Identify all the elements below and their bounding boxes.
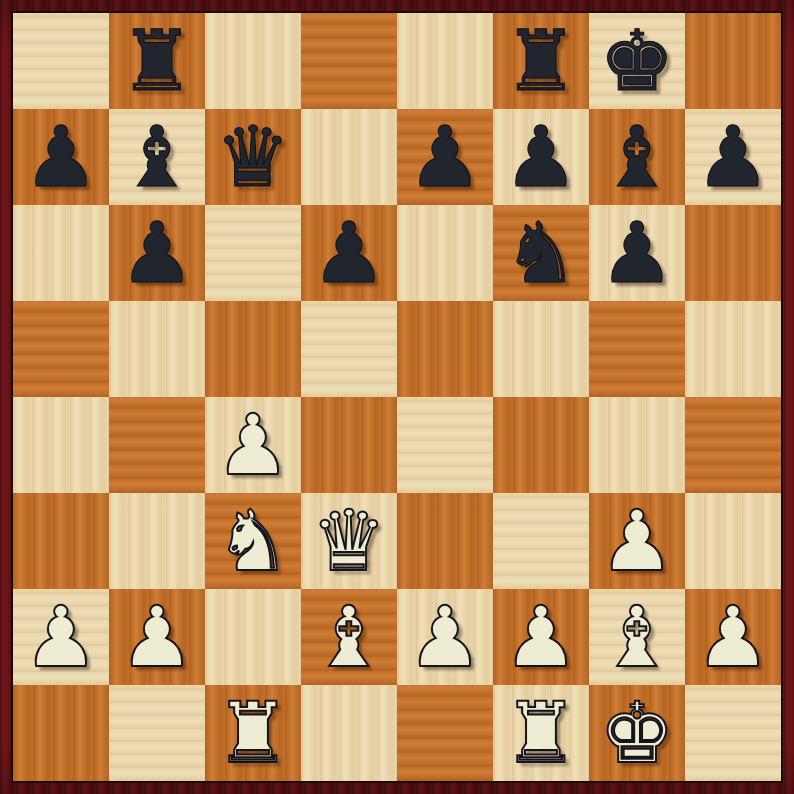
- square-d3[interactable]: ♛: [301, 493, 397, 589]
- piece-black-pawn[interactable]: ♟: [493, 109, 589, 205]
- square-g3[interactable]: ♟: [589, 493, 685, 589]
- square-b3[interactable]: [109, 493, 205, 589]
- piece-black-rook[interactable]: ♜: [109, 13, 205, 109]
- square-f8[interactable]: ♜: [493, 13, 589, 109]
- square-g7[interactable]: ♝: [589, 109, 685, 205]
- square-a1[interactable]: [13, 685, 109, 781]
- square-b7[interactable]: ♝: [109, 109, 205, 205]
- square-e6[interactable]: [397, 205, 493, 301]
- square-b5[interactable]: [109, 301, 205, 397]
- square-a8[interactable]: [13, 13, 109, 109]
- square-e5[interactable]: [397, 301, 493, 397]
- piece-white-pawn[interactable]: ♟: [397, 589, 493, 685]
- square-g2[interactable]: ♝: [589, 589, 685, 685]
- square-a2[interactable]: ♟: [13, 589, 109, 685]
- piece-white-pawn[interactable]: ♟: [493, 589, 589, 685]
- piece-white-rook[interactable]: ♜: [205, 685, 301, 781]
- square-h7[interactable]: ♟: [685, 109, 781, 205]
- square-g1[interactable]: ♚: [589, 685, 685, 781]
- square-h1[interactable]: [685, 685, 781, 781]
- square-e4[interactable]: [397, 397, 493, 493]
- square-f6[interactable]: ♞: [493, 205, 589, 301]
- piece-black-bishop[interactable]: ♝: [589, 109, 685, 205]
- chess-board[interactable]: ♜♜♚♟♝♛♟♟♝♟♟♟♞♟♟♞♛♟♟♟♝♟♟♝♟♜♜♚: [11, 11, 783, 783]
- square-g4[interactable]: [589, 397, 685, 493]
- square-e8[interactable]: [397, 13, 493, 109]
- square-d5[interactable]: [301, 301, 397, 397]
- square-g8[interactable]: ♚: [589, 13, 685, 109]
- square-c4[interactable]: ♟: [205, 397, 301, 493]
- square-f3[interactable]: [493, 493, 589, 589]
- square-h5[interactable]: [685, 301, 781, 397]
- square-a5[interactable]: [13, 301, 109, 397]
- square-e7[interactable]: ♟: [397, 109, 493, 205]
- square-d7[interactable]: [301, 109, 397, 205]
- piece-black-rook[interactable]: ♜: [493, 13, 589, 109]
- piece-white-rook[interactable]: ♜: [493, 685, 589, 781]
- piece-white-knight[interactable]: ♞: [205, 493, 301, 589]
- square-b8[interactable]: ♜: [109, 13, 205, 109]
- square-g6[interactable]: ♟: [589, 205, 685, 301]
- piece-white-pawn[interactable]: ♟: [13, 589, 109, 685]
- square-c5[interactable]: [205, 301, 301, 397]
- square-b2[interactable]: ♟: [109, 589, 205, 685]
- piece-black-pawn[interactable]: ♟: [685, 109, 781, 205]
- square-f4[interactable]: [493, 397, 589, 493]
- square-f1[interactable]: ♜: [493, 685, 589, 781]
- square-e2[interactable]: ♟: [397, 589, 493, 685]
- square-h4[interactable]: [685, 397, 781, 493]
- square-h6[interactable]: [685, 205, 781, 301]
- square-b4[interactable]: [109, 397, 205, 493]
- square-d8[interactable]: [301, 13, 397, 109]
- square-h3[interactable]: [685, 493, 781, 589]
- piece-black-pawn[interactable]: ♟: [13, 109, 109, 205]
- square-c8[interactable]: [205, 13, 301, 109]
- piece-white-pawn[interactable]: ♟: [685, 589, 781, 685]
- square-h8[interactable]: [685, 13, 781, 109]
- square-a7[interactable]: ♟: [13, 109, 109, 205]
- square-b6[interactable]: ♟: [109, 205, 205, 301]
- piece-white-bishop[interactable]: ♝: [301, 589, 397, 685]
- square-c7[interactable]: ♛: [205, 109, 301, 205]
- piece-white-bishop[interactable]: ♝: [589, 589, 685, 685]
- piece-black-pawn[interactable]: ♟: [397, 109, 493, 205]
- square-e1[interactable]: [397, 685, 493, 781]
- piece-black-queen[interactable]: ♛: [205, 109, 301, 205]
- square-f7[interactable]: ♟: [493, 109, 589, 205]
- square-c1[interactable]: ♜: [205, 685, 301, 781]
- square-d4[interactable]: [301, 397, 397, 493]
- piece-white-queen[interactable]: ♛: [301, 493, 397, 589]
- square-a6[interactable]: [13, 205, 109, 301]
- square-d2[interactable]: ♝: [301, 589, 397, 685]
- square-h2[interactable]: ♟: [685, 589, 781, 685]
- square-d6[interactable]: ♟: [301, 205, 397, 301]
- square-c3[interactable]: ♞: [205, 493, 301, 589]
- piece-white-pawn[interactable]: ♟: [109, 589, 205, 685]
- square-d1[interactable]: [301, 685, 397, 781]
- square-f5[interactable]: [493, 301, 589, 397]
- piece-white-pawn[interactable]: ♟: [589, 493, 685, 589]
- square-c2[interactable]: [205, 589, 301, 685]
- piece-black-king[interactable]: ♚: [589, 13, 685, 109]
- piece-white-king[interactable]: ♚: [589, 685, 685, 781]
- piece-black-pawn[interactable]: ♟: [109, 205, 205, 301]
- piece-black-bishop[interactable]: ♝: [109, 109, 205, 205]
- piece-black-pawn[interactable]: ♟: [301, 205, 397, 301]
- square-g5[interactable]: [589, 301, 685, 397]
- square-a3[interactable]: [13, 493, 109, 589]
- square-f2[interactable]: ♟: [493, 589, 589, 685]
- piece-white-pawn[interactable]: ♟: [205, 397, 301, 493]
- chess-board-screenshot: ♜♜♚♟♝♛♟♟♝♟♟♟♞♟♟♞♛♟♟♟♝♟♟♝♟♜♜♚: [0, 0, 794, 794]
- square-a4[interactable]: [13, 397, 109, 493]
- piece-black-knight[interactable]: ♞: [493, 205, 589, 301]
- square-c6[interactable]: [205, 205, 301, 301]
- square-e3[interactable]: [397, 493, 493, 589]
- piece-black-pawn[interactable]: ♟: [589, 205, 685, 301]
- square-b1[interactable]: [109, 685, 205, 781]
